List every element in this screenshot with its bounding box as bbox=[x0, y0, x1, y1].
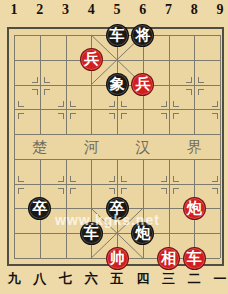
star-corner bbox=[161, 188, 167, 194]
star-corner bbox=[58, 176, 64, 182]
star-corner bbox=[212, 101, 218, 107]
piece-red-elephant[interactable]: 相 bbox=[157, 247, 180, 270]
star-corner bbox=[70, 176, 76, 182]
piece-black-general[interactable]: 将 bbox=[131, 24, 154, 47]
piece-black-chariot[interactable]: 车 bbox=[80, 222, 103, 245]
file-label-bottom: 四 bbox=[136, 270, 149, 288]
piece-black-chariot[interactable]: 车 bbox=[106, 24, 129, 47]
star-corner bbox=[198, 77, 204, 83]
piece-black-pawn[interactable]: 卒 bbox=[106, 197, 129, 220]
piece-red-cannon[interactable]: 炮 bbox=[183, 197, 206, 220]
star-corner bbox=[186, 77, 192, 83]
star-corner bbox=[212, 113, 218, 119]
piece-red-pawn[interactable]: 兵 bbox=[80, 48, 103, 71]
star-corner bbox=[70, 113, 76, 119]
star-corner bbox=[186, 89, 192, 95]
star-corner bbox=[44, 89, 50, 95]
star-corner bbox=[58, 188, 64, 194]
star-corner bbox=[32, 77, 38, 83]
star-corner bbox=[173, 176, 179, 182]
star-corner bbox=[121, 176, 127, 182]
river-label: 楚 bbox=[32, 137, 47, 156]
star-corner bbox=[121, 113, 127, 119]
file-label-bottom: 一 bbox=[214, 270, 227, 288]
star-corner bbox=[173, 188, 179, 194]
xiangqi-app: 123456789 楚河汉界 车将兵象兵卒卒炮车炮帅相车 www.kgks.ne… bbox=[0, 0, 228, 294]
star-corner bbox=[44, 77, 50, 83]
star-corner bbox=[70, 188, 76, 194]
star-corner bbox=[173, 101, 179, 107]
star-corner bbox=[32, 89, 38, 95]
file-label-bottom: 七 bbox=[59, 270, 72, 288]
river-label: 汉 bbox=[135, 137, 150, 156]
star-corner bbox=[212, 176, 218, 182]
star-corner bbox=[198, 89, 204, 95]
file-label-bottom: 五 bbox=[111, 270, 124, 288]
star-corner bbox=[18, 176, 24, 182]
star-corner bbox=[212, 188, 218, 194]
star-corner bbox=[18, 113, 24, 119]
star-corner bbox=[109, 113, 115, 119]
piece-red-general[interactable]: 帅 bbox=[106, 247, 129, 270]
river-label: 界 bbox=[187, 137, 202, 156]
star-corner bbox=[18, 101, 24, 107]
piece-black-elephant[interactable]: 象 bbox=[106, 73, 129, 96]
file-label-bottom: 三 bbox=[162, 270, 175, 288]
piece-black-cannon[interactable]: 炮 bbox=[131, 222, 154, 245]
star-corner bbox=[161, 101, 167, 107]
star-corner bbox=[109, 188, 115, 194]
star-corner bbox=[58, 101, 64, 107]
star-corner bbox=[109, 176, 115, 182]
star-corner bbox=[58, 113, 64, 119]
file-label-bottom: 二 bbox=[188, 270, 201, 288]
star-corner bbox=[161, 176, 167, 182]
file-label-bottom: 九 bbox=[8, 270, 21, 288]
star-corner bbox=[70, 101, 76, 107]
star-corner bbox=[173, 113, 179, 119]
file-label-bottom: 八 bbox=[33, 270, 46, 288]
star-corner bbox=[121, 188, 127, 194]
star-corner bbox=[161, 113, 167, 119]
star-corner bbox=[121, 101, 127, 107]
river-label: 河 bbox=[84, 137, 99, 156]
piece-red-chariot[interactable]: 车 bbox=[183, 247, 206, 270]
star-corner bbox=[18, 188, 24, 194]
star-corner bbox=[109, 101, 115, 107]
file-label-bottom: 六 bbox=[85, 270, 98, 288]
